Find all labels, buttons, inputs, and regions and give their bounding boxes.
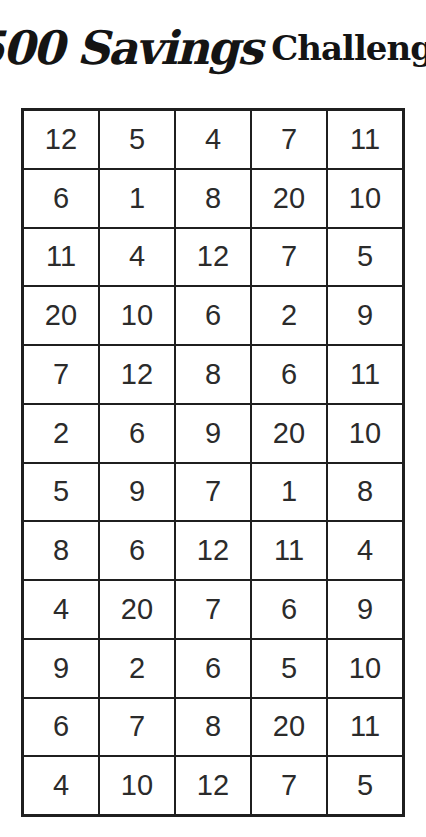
grid-cell-r2c4: 20 xyxy=(251,169,327,228)
grid-cell-r9c3: 7 xyxy=(175,580,251,639)
grid-cell-r11c3: 8 xyxy=(175,698,251,757)
grid-cell-r5c1: 7 xyxy=(23,345,99,404)
grid-cell-r9c4: 6 xyxy=(251,580,327,639)
grid-cell-r7c5: 8 xyxy=(327,463,403,522)
grid-cell-r4c3: 6 xyxy=(175,286,251,345)
grid-cell-r2c1: 6 xyxy=(23,169,99,228)
grid-cell-r6c3: 9 xyxy=(175,404,251,463)
grid-cell-r9c5: 9 xyxy=(327,580,403,639)
grid-cell-r4c4: 2 xyxy=(251,286,327,345)
grid-cell-r7c1: 5 xyxy=(23,463,99,522)
grid-cell-r7c2: 9 xyxy=(99,463,175,522)
grid-cell-r6c2: 6 xyxy=(99,404,175,463)
grid-cell-r4c5: 9 xyxy=(327,286,403,345)
page-title: 500 Savings Challenge xyxy=(0,0,426,96)
grid-cell-r8c2: 6 xyxy=(99,521,175,580)
grid-cell-r6c4: 20 xyxy=(251,404,327,463)
grid-cell-r11c1: 6 xyxy=(23,698,99,757)
grid-cell-r5c5: 11 xyxy=(327,345,403,404)
grid-cell-r12c5: 5 xyxy=(327,756,403,815)
grid-cell-r4c1: 20 xyxy=(23,286,99,345)
grid-cell-r1c4: 7 xyxy=(251,110,327,169)
grid-cell-r2c5: 10 xyxy=(327,169,403,228)
grid-cell-r6c1: 2 xyxy=(23,404,99,463)
grid-cell-r5c2: 12 xyxy=(99,345,175,404)
grid-cell-r9c2: 20 xyxy=(99,580,175,639)
grid-cell-r3c2: 4 xyxy=(99,228,175,287)
grid-cell-r7c3: 7 xyxy=(175,463,251,522)
grid-cell-r8c5: 4 xyxy=(327,521,403,580)
grid-cell-r10c4: 5 xyxy=(251,639,327,698)
grid-cell-r12c4: 7 xyxy=(251,756,327,815)
grid-cell-r1c2: 5 xyxy=(99,110,175,169)
grid-cell-r1c5: 11 xyxy=(327,110,403,169)
grid-cell-r3c3: 12 xyxy=(175,228,251,287)
grid-cell-r2c2: 1 xyxy=(99,169,175,228)
grid-cell-r8c3: 12 xyxy=(175,521,251,580)
grid-cell-r3c4: 7 xyxy=(251,228,327,287)
grid-cell-r5c4: 6 xyxy=(251,345,327,404)
grid-cell-r12c1: 4 xyxy=(23,756,99,815)
grid-cell-r12c3: 12 xyxy=(175,756,251,815)
grid-cell-r9c1: 4 xyxy=(23,580,99,639)
grid-cell-r11c2: 7 xyxy=(99,698,175,757)
grid-cell-r5c3: 8 xyxy=(175,345,251,404)
grid-cell-r10c5: 10 xyxy=(327,639,403,698)
grid-cell-r1c1: 12 xyxy=(23,110,99,169)
savings-grid: 1254711618201011412752010629712861126920… xyxy=(21,108,405,817)
grid-cell-r1c3: 4 xyxy=(175,110,251,169)
grid-cell-r8c4: 11 xyxy=(251,521,327,580)
title-script-text: 500 Savings xyxy=(0,21,261,75)
grid-cell-r10c2: 2 xyxy=(99,639,175,698)
grid-cell-r4c2: 10 xyxy=(99,286,175,345)
grid-cell-r6c5: 10 xyxy=(327,404,403,463)
title-bold-text: Challenge xyxy=(271,28,426,68)
grid-cell-r8c1: 8 xyxy=(23,521,99,580)
savings-challenge-page: 500 Savings Challenge 125471161820101141… xyxy=(0,0,426,837)
grid-cell-r3c1: 11 xyxy=(23,228,99,287)
grid-cell-r12c2: 10 xyxy=(99,756,175,815)
grid-cell-r10c3: 6 xyxy=(175,639,251,698)
grid-cell-r11c5: 11 xyxy=(327,698,403,757)
grid-cell-r3c5: 5 xyxy=(327,228,403,287)
grid-cell-r7c4: 1 xyxy=(251,463,327,522)
grid-cell-r11c4: 20 xyxy=(251,698,327,757)
grid-cell-r10c1: 9 xyxy=(23,639,99,698)
grid-cell-r2c3: 8 xyxy=(175,169,251,228)
